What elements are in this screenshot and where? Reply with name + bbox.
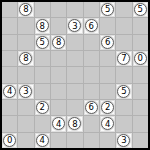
cell-r1c8[interactable] [133, 18, 148, 33]
cell-r1c5[interactable]: 6 [84, 18, 99, 33]
cell-r0c0[interactable] [2, 2, 17, 17]
cell-r1c2[interactable]: 8 [35, 18, 50, 33]
cell-r4c4[interactable] [67, 67, 82, 82]
cell-r3c6[interactable] [100, 51, 115, 66]
cell-r0c7[interactable] [116, 2, 131, 17]
cell-r7c0[interactable] [2, 116, 17, 131]
cell-r6c8[interactable] [133, 100, 148, 115]
cell-r7c6[interactable]: 4 [100, 116, 115, 131]
cell-r2c7[interactable] [116, 35, 131, 50]
cell-r3c7[interactable]: 7 [116, 51, 131, 66]
cell-r4c7[interactable] [116, 67, 131, 82]
clue-circle: 5 [101, 3, 114, 16]
cell-r4c6[interactable] [100, 67, 115, 82]
cell-r3c4[interactable] [67, 51, 82, 66]
cell-r2c2[interactable]: 5 [35, 35, 50, 50]
cell-r0c4[interactable] [67, 2, 82, 17]
cell-r1c3[interactable] [51, 18, 66, 33]
clue-circle: 8 [19, 52, 32, 65]
cell-r5c5[interactable] [84, 84, 99, 99]
cell-r5c1[interactable]: 3 [18, 84, 33, 99]
clue-circle: 6 [85, 101, 98, 114]
cell-r5c3[interactable] [51, 84, 66, 99]
cell-r6c6[interactable]: 2 [100, 100, 115, 115]
cell-r8c5[interactable] [84, 133, 99, 148]
cell-r1c7[interactable] [116, 18, 131, 33]
cell-r8c2[interactable]: 4 [35, 133, 50, 148]
cell-r6c5[interactable]: 6 [84, 100, 99, 115]
cell-r5c0[interactable]: 4 [2, 84, 17, 99]
cell-r3c5[interactable] [84, 51, 99, 66]
cell-r2c6[interactable]: 6 [100, 35, 115, 50]
cell-r5c7[interactable]: 5 [116, 84, 131, 99]
cell-r8c1[interactable] [18, 133, 33, 148]
clue-circle: 3 [117, 134, 130, 147]
cell-r1c0[interactable] [2, 18, 17, 33]
cell-r2c3[interactable]: 8 [51, 35, 66, 50]
cell-r8c8[interactable] [133, 133, 148, 148]
cell-r7c7[interactable] [116, 116, 131, 131]
cell-r2c5[interactable] [84, 35, 99, 50]
cell-r4c8[interactable] [133, 67, 148, 82]
clue-circle: 2 [101, 101, 114, 114]
cell-r3c2[interactable] [35, 51, 50, 66]
cell-r5c6[interactable] [100, 84, 115, 99]
clue-circle: 4 [101, 117, 114, 130]
cell-r0c2[interactable] [35, 2, 50, 17]
clue-circle: 5 [134, 3, 147, 16]
puzzle-board-frame: 855836586870435262484043 [0, 0, 150, 150]
cell-r3c3[interactable] [51, 51, 66, 66]
cell-r4c5[interactable] [84, 67, 99, 82]
cell-r4c3[interactable] [51, 67, 66, 82]
cell-r8c6[interactable] [100, 133, 115, 148]
clue-circle: 7 [117, 52, 130, 65]
cell-r0c8[interactable]: 5 [133, 2, 148, 17]
cell-r0c3[interactable] [51, 2, 66, 17]
cell-r8c7[interactable]: 3 [116, 133, 131, 148]
cell-r6c4[interactable] [67, 100, 82, 115]
cell-r3c8[interactable]: 0 [133, 51, 148, 66]
cell-r6c2[interactable]: 2 [35, 100, 50, 115]
cell-r1c4[interactable]: 3 [67, 18, 82, 33]
clue-circle: 8 [68, 117, 81, 130]
clue-circle: 6 [101, 36, 114, 49]
cell-r3c1[interactable]: 8 [18, 51, 33, 66]
cell-r4c1[interactable] [18, 67, 33, 82]
cell-r1c6[interactable] [100, 18, 115, 33]
cell-r5c8[interactable] [133, 84, 148, 99]
cell-r0c6[interactable]: 5 [100, 2, 115, 17]
clue-circle: 8 [19, 3, 32, 16]
clue-circle: 0 [134, 52, 147, 65]
cell-r7c1[interactable] [18, 116, 33, 131]
cell-r6c0[interactable] [2, 100, 17, 115]
cell-r7c4[interactable]: 8 [67, 116, 82, 131]
cell-r2c0[interactable] [2, 35, 17, 50]
clue-circle: 5 [36, 36, 49, 49]
cell-r5c2[interactable] [35, 84, 50, 99]
cell-r3c0[interactable] [2, 51, 17, 66]
cell-r0c1[interactable]: 8 [18, 2, 33, 17]
cell-r7c5[interactable] [84, 116, 99, 131]
puzzle-grid: 855836586870435262484043 [2, 2, 148, 148]
clue-circle: 8 [36, 19, 49, 32]
cell-r8c3[interactable] [51, 133, 66, 148]
clue-circle: 3 [19, 85, 32, 98]
clue-circle: 4 [3, 85, 16, 98]
cell-r6c1[interactable] [18, 100, 33, 115]
cell-r7c3[interactable]: 4 [51, 116, 66, 131]
clue-circle: 8 [52, 36, 65, 49]
clue-circle: 5 [117, 85, 130, 98]
cell-r1c1[interactable] [18, 18, 33, 33]
cell-r6c7[interactable] [116, 100, 131, 115]
cell-r2c4[interactable] [67, 35, 82, 50]
cell-r6c3[interactable] [51, 100, 66, 115]
cell-r0c5[interactable] [84, 2, 99, 17]
clue-circle: 6 [85, 19, 98, 32]
cell-r7c8[interactable] [133, 116, 148, 131]
cell-r4c2[interactable] [35, 67, 50, 82]
clue-circle: 2 [36, 101, 49, 114]
clue-circle: 4 [36, 134, 49, 147]
clue-circle: 3 [68, 19, 81, 32]
cell-r5c4[interactable] [67, 84, 82, 99]
clue-circle: 0 [3, 134, 16, 147]
cell-r4c0[interactable] [2, 67, 17, 82]
cell-r7c2[interactable] [35, 116, 50, 131]
cell-r2c1[interactable] [18, 35, 33, 50]
cell-r8c0[interactable]: 0 [2, 133, 17, 148]
clue-circle: 4 [52, 117, 65, 130]
cell-r8c4[interactable] [67, 133, 82, 148]
cell-r2c8[interactable] [133, 35, 148, 50]
